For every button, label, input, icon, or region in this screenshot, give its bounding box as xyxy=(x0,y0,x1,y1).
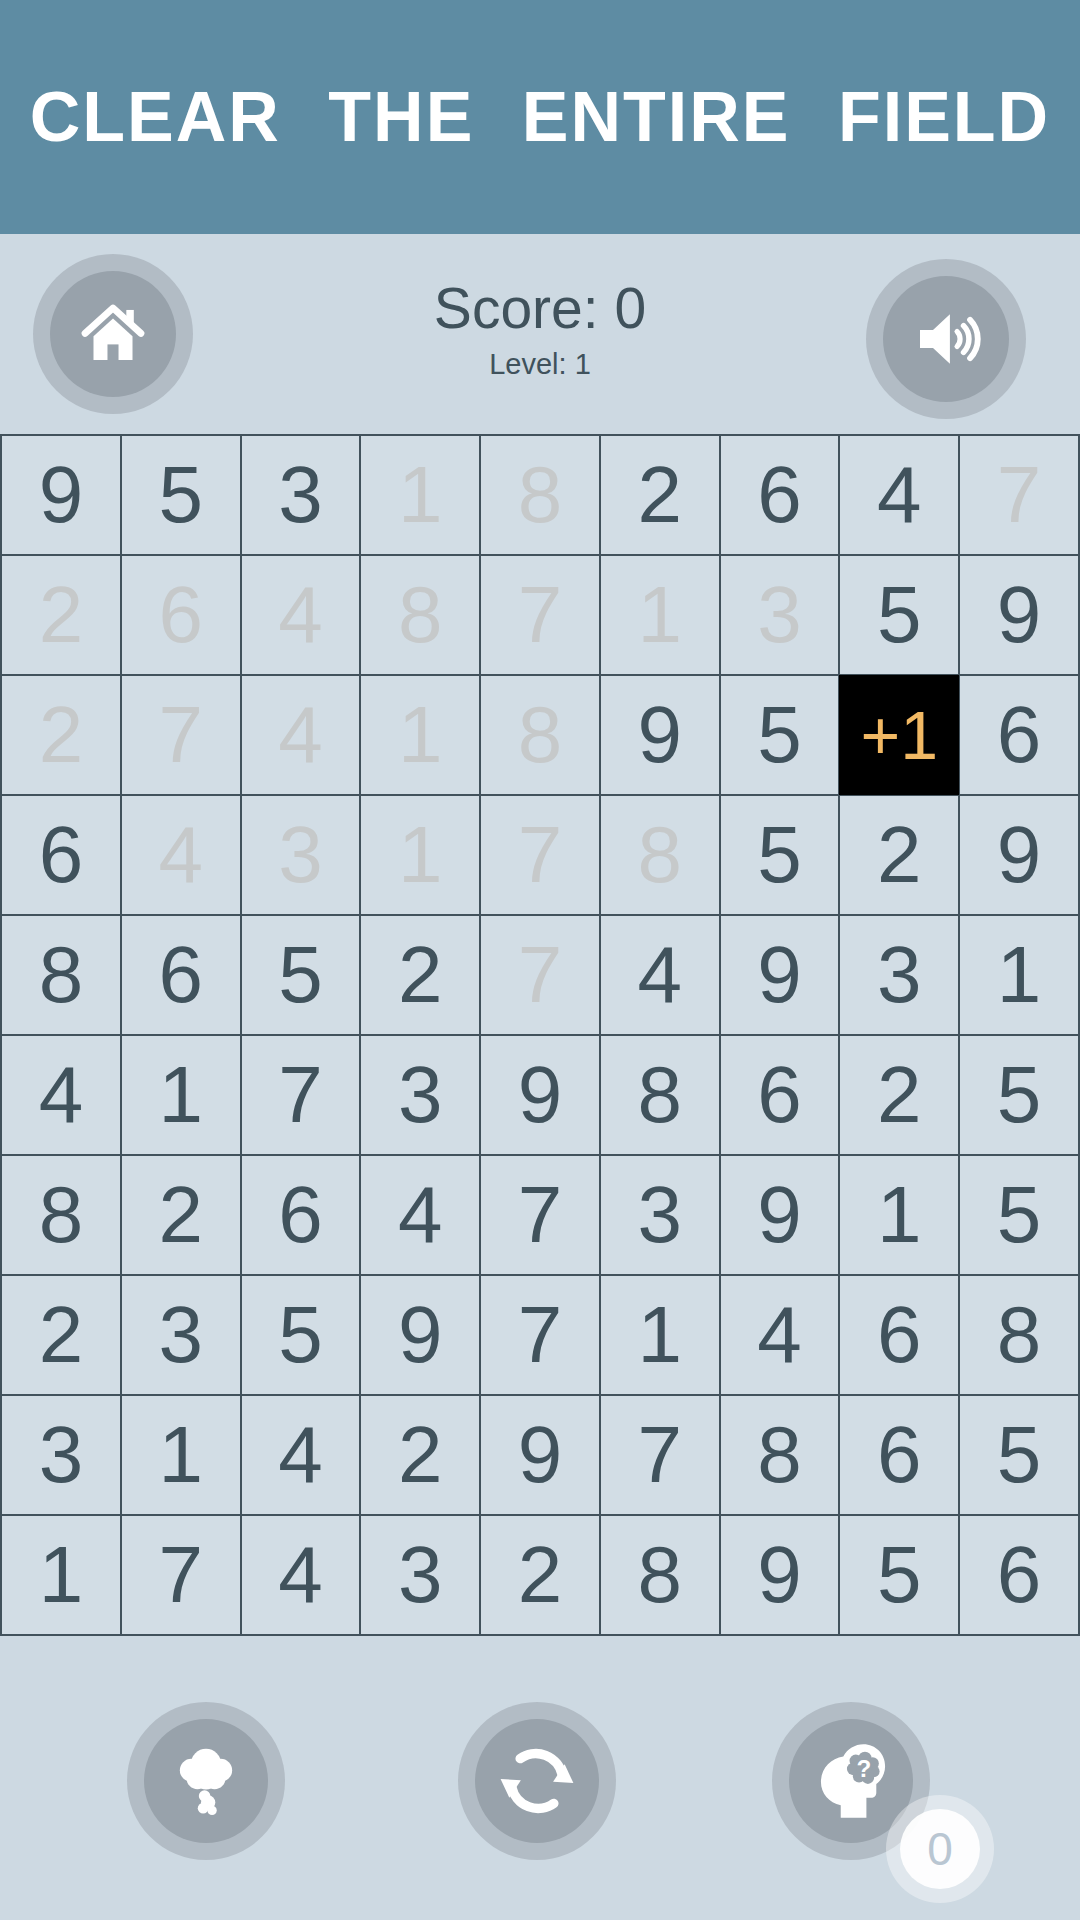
grid-cell-r10c4[interactable]: 3 xyxy=(360,1515,480,1635)
grid-cell-r3c4: 1 xyxy=(360,675,480,795)
speaker-icon xyxy=(907,300,985,378)
grid-cell-r10c3[interactable]: 4 xyxy=(241,1515,361,1635)
grid-cell-r8c6[interactable]: 1 xyxy=(600,1275,720,1395)
grid-cell-r8c4[interactable]: 9 xyxy=(360,1275,480,1395)
grid-cell-r6c1[interactable]: 4 xyxy=(1,1035,121,1155)
grid-cell-r5c9[interactable]: 1 xyxy=(959,915,1079,1035)
hint-count-badge: 0 xyxy=(886,1795,994,1903)
refresh-button[interactable] xyxy=(458,1702,616,1860)
grid-cell-r1c3[interactable]: 3 xyxy=(241,435,361,555)
grid-cell-r2c2: 6 xyxy=(121,555,241,675)
grid-cell-r4c1[interactable]: 6 xyxy=(1,795,121,915)
grid-cell-r2c9[interactable]: 9 xyxy=(959,555,1079,675)
grid-cell-r1c4: 1 xyxy=(360,435,480,555)
grid-cell-r5c5: 7 xyxy=(480,915,600,1035)
grid-cell-r2c4: 8 xyxy=(360,555,480,675)
grid-cell-r3c6[interactable]: 9 xyxy=(600,675,720,795)
grid-cell-r2c5: 7 xyxy=(480,555,600,675)
grid-cell-r2c3: 4 xyxy=(241,555,361,675)
grid-cell-r5c8[interactable]: 3 xyxy=(839,915,959,1035)
svg-text:?: ? xyxy=(856,1755,871,1782)
grid-cell-r5c3[interactable]: 5 xyxy=(241,915,361,1035)
grid-cell-r2c6: 1 xyxy=(600,555,720,675)
grid-cell-r5c4[interactable]: 2 xyxy=(360,915,480,1035)
grid-cell-r3c1: 2 xyxy=(1,675,121,795)
grid-cell-r9c2[interactable]: 1 xyxy=(121,1395,241,1515)
banner: CLEAR THE ENTIRE FIELD xyxy=(0,0,1080,234)
grid-cell-r6c3[interactable]: 7 xyxy=(241,1035,361,1155)
sound-button[interactable] xyxy=(866,259,1026,419)
bomb-button-circle xyxy=(144,1719,268,1843)
mushroom-cloud-icon xyxy=(163,1738,249,1824)
number-grid: 9531826472648713592741895+16643178529865… xyxy=(0,434,1080,1636)
grid-cell-r8c2[interactable]: 3 xyxy=(121,1275,241,1395)
grid-cell-r9c9[interactable]: 5 xyxy=(959,1395,1079,1515)
sound-button-circle xyxy=(883,276,1009,402)
grid-cell-r9c5[interactable]: 9 xyxy=(480,1395,600,1515)
grid-cell-r7c2[interactable]: 2 xyxy=(121,1155,241,1275)
grid-cell-r8c5[interactable]: 7 xyxy=(480,1275,600,1395)
grid-cell-r6c7[interactable]: 6 xyxy=(720,1035,840,1155)
grid-cell-r6c8[interactable]: 2 xyxy=(839,1035,959,1155)
grid-cell-r1c5: 8 xyxy=(480,435,600,555)
grid-cell-r9c4[interactable]: 2 xyxy=(360,1395,480,1515)
grid-cell-r7c3[interactable]: 6 xyxy=(241,1155,361,1275)
grid-cell-r6c5[interactable]: 9 xyxy=(480,1035,600,1155)
grid-cell-r3c9[interactable]: 6 xyxy=(959,675,1079,795)
grid-cell-r4c7[interactable]: 5 xyxy=(720,795,840,915)
grid-cell-r2c7: 3 xyxy=(720,555,840,675)
grid-cell-r6c6[interactable]: 8 xyxy=(600,1035,720,1155)
grid-cell-r10c7[interactable]: 9 xyxy=(720,1515,840,1635)
grid-cell-r10c5[interactable]: 2 xyxy=(480,1515,600,1635)
grid-cell-r4c2: 4 xyxy=(121,795,241,915)
grid-cell-r5c1[interactable]: 8 xyxy=(1,915,121,1035)
grid-cell-r8c1[interactable]: 2 xyxy=(1,1275,121,1395)
grid-cell-r9c6[interactable]: 7 xyxy=(600,1395,720,1515)
bomb-button[interactable] xyxy=(127,1702,285,1860)
grid-cell-r7c7[interactable]: 9 xyxy=(720,1155,840,1275)
grid-cell-r7c5[interactable]: 7 xyxy=(480,1155,600,1275)
grid-cell-r5c7[interactable]: 9 xyxy=(720,915,840,1035)
grid-cell-r10c8[interactable]: 5 xyxy=(839,1515,959,1635)
grid-cell-r9c1[interactable]: 3 xyxy=(1,1395,121,1515)
grid-cell-r4c3: 3 xyxy=(241,795,361,915)
grid-cell-r10c1[interactable]: 1 xyxy=(1,1515,121,1635)
grid-cell-r3c5: 8 xyxy=(480,675,600,795)
grid-cell-r7c1[interactable]: 8 xyxy=(1,1155,121,1275)
footer: ? 0 xyxy=(0,1636,1080,1920)
grid-cell-r9c3[interactable]: 4 xyxy=(241,1395,361,1515)
grid-cell-r4c8[interactable]: 2 xyxy=(839,795,959,915)
grid-cell-r5c6[interactable]: 4 xyxy=(600,915,720,1035)
grid-cell-r3c7[interactable]: 5 xyxy=(720,675,840,795)
grid-cell-r1c9: 7 xyxy=(959,435,1079,555)
grid-cell-r8c7[interactable]: 4 xyxy=(720,1275,840,1395)
grid-cell-r4c5: 7 xyxy=(480,795,600,915)
grid-cell-r2c1: 2 xyxy=(1,555,121,675)
page-title: CLEAR THE ENTIRE FIELD xyxy=(30,77,1050,157)
head-question-icon: ? xyxy=(807,1737,895,1825)
grid-cell-r8c3[interactable]: 5 xyxy=(241,1275,361,1395)
grid-cell-r1c2[interactable]: 5 xyxy=(121,435,241,555)
grid-cell-r3c8-bonus[interactable]: +1 xyxy=(839,675,959,795)
hud: Score: 0 Level: 1 xyxy=(0,234,1080,434)
grid-cell-r7c9[interactable]: 5 xyxy=(959,1155,1079,1275)
refresh-icon xyxy=(495,1739,579,1823)
grid-cell-r2c8[interactable]: 5 xyxy=(839,555,959,675)
grid-cell-r7c6[interactable]: 3 xyxy=(600,1155,720,1275)
grid-cell-r1c6[interactable]: 2 xyxy=(600,435,720,555)
grid-cell-r1c8[interactable]: 4 xyxy=(839,435,959,555)
grid-cell-r1c7[interactable]: 6 xyxy=(720,435,840,555)
grid-cell-r9c8[interactable]: 6 xyxy=(839,1395,959,1515)
grid-cell-r4c9[interactable]: 9 xyxy=(959,795,1079,915)
grid-cell-r3c3: 4 xyxy=(241,675,361,795)
grid-cell-r4c4: 1 xyxy=(360,795,480,915)
grid-cell-r8c8[interactable]: 6 xyxy=(839,1275,959,1395)
grid-cell-r6c2[interactable]: 1 xyxy=(121,1035,241,1155)
grid-cell-r10c6[interactable]: 8 xyxy=(600,1515,720,1635)
grid-cell-r7c8[interactable]: 1 xyxy=(839,1155,959,1275)
grid-cell-r1c1[interactable]: 9 xyxy=(1,435,121,555)
refresh-button-circle xyxy=(475,1719,599,1843)
grid-cell-r5c2[interactable]: 6 xyxy=(121,915,241,1035)
grid-cell-r6c4[interactable]: 3 xyxy=(360,1035,480,1155)
grid-cell-r7c4[interactable]: 4 xyxy=(360,1155,480,1275)
grid-cell-r10c9[interactable]: 6 xyxy=(959,1515,1079,1635)
grid-cell-r3c2: 7 xyxy=(121,675,241,795)
hint-count-value: 0 xyxy=(900,1809,980,1889)
grid-cell-r9c7[interactable]: 8 xyxy=(720,1395,840,1515)
grid-cell-r10c2[interactable]: 7 xyxy=(121,1515,241,1635)
grid-cell-r4c6: 8 xyxy=(600,795,720,915)
grid-cell-r6c9[interactable]: 5 xyxy=(959,1035,1079,1155)
grid-cell-r8c9[interactable]: 8 xyxy=(959,1275,1079,1395)
